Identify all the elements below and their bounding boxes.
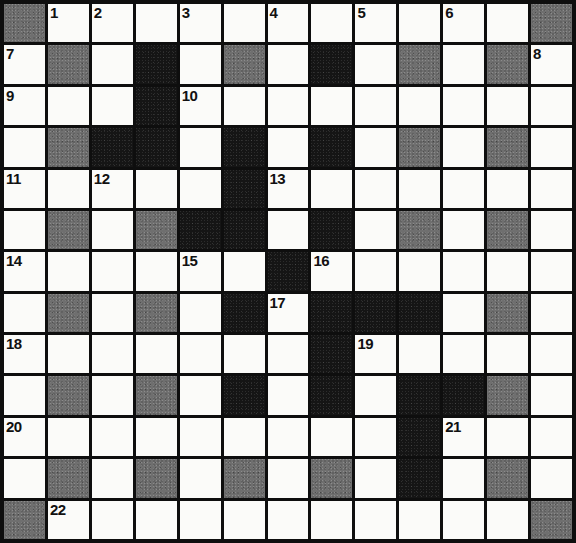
cell-r12c6[interactable]: [268, 501, 309, 539]
blocked-cell-r5c11: [487, 211, 528, 249]
cell-r8c4[interactable]: [180, 335, 221, 373]
cell-r9c12[interactable]: [531, 376, 572, 414]
cell-r0c4[interactable]: 3: [180, 4, 221, 42]
cell-r10c0[interactable]: 20: [4, 418, 45, 456]
cell-r0c1[interactable]: 1: [48, 4, 89, 42]
cell-r10c7[interactable]: [311, 418, 352, 456]
cell-r1c6[interactable]: [268, 45, 309, 83]
cell-r4c0[interactable]: 11: [4, 170, 45, 208]
cell-r0c8[interactable]: 5: [355, 4, 396, 42]
cell-r8c3[interactable]: [136, 335, 177, 373]
cell-r5c6[interactable]: [268, 211, 309, 249]
blocked-cell-r10c9: [399, 418, 440, 456]
clue-number-14: 14: [6, 252, 22, 269]
cell-r0c11[interactable]: [487, 4, 528, 42]
cell-r1c0[interactable]: 7: [4, 45, 45, 83]
blocked-cell-r3c2: [92, 128, 133, 166]
blocked-cell-r0c0: [4, 4, 45, 42]
cell-r7c6[interactable]: 17: [268, 294, 309, 332]
cell-r7c0[interactable]: [4, 294, 45, 332]
cell-r4c7[interactable]: [311, 170, 352, 208]
blocked-cell-r7c11: [487, 294, 528, 332]
cell-r6c3[interactable]: [136, 252, 177, 290]
cell-r2c11[interactable]: [487, 87, 528, 125]
cell-r11c8[interactable]: [355, 459, 396, 497]
clue-number-4: 4: [270, 4, 278, 21]
cell-r5c10[interactable]: [443, 211, 484, 249]
cell-r2c9[interactable]: [399, 87, 440, 125]
cell-r2c4[interactable]: 10: [180, 87, 221, 125]
blocked-cell-r5c9: [399, 211, 440, 249]
blocked-cell-r7c9: [399, 294, 440, 332]
cell-r9c6[interactable]: [268, 376, 309, 414]
clue-number-15: 15: [182, 252, 198, 269]
clue-number-8: 8: [533, 45, 541, 62]
cell-r6c1[interactable]: [48, 252, 89, 290]
blocked-cell-r3c7: [311, 128, 352, 166]
cell-r4c3[interactable]: [136, 170, 177, 208]
cell-r6c9[interactable]: [399, 252, 440, 290]
cell-r4c4[interactable]: [180, 170, 221, 208]
cell-r10c11[interactable]: [487, 418, 528, 456]
blocked-cell-r7c3: [136, 294, 177, 332]
clue-number-7: 7: [6, 45, 14, 62]
cell-r10c6[interactable]: [268, 418, 309, 456]
cell-r2c6[interactable]: [268, 87, 309, 125]
cell-r10c1[interactable]: [48, 418, 89, 456]
blocked-cell-r9c7: [311, 376, 352, 414]
cell-r2c12[interactable]: [531, 87, 572, 125]
blocked-cell-r7c7: [311, 294, 352, 332]
cell-r9c0[interactable]: [4, 376, 45, 414]
cell-r12c11[interactable]: [487, 501, 528, 539]
clue-number-6: 6: [445, 4, 453, 21]
clue-number-22: 22: [50, 501, 66, 518]
blocked-cell-r9c11: [487, 376, 528, 414]
blocked-cell-r7c8: [355, 294, 396, 332]
cell-r8c6[interactable]: [268, 335, 309, 373]
blocked-cell-r2c3: [136, 87, 177, 125]
cell-r6c4[interactable]: 15: [180, 252, 221, 290]
cell-r5c12[interactable]: [531, 211, 572, 249]
cell-r8c11[interactable]: [487, 335, 528, 373]
clue-number-5: 5: [357, 4, 365, 21]
cell-r4c8[interactable]: [355, 170, 396, 208]
cell-r7c12[interactable]: [531, 294, 572, 332]
cell-r2c8[interactable]: [355, 87, 396, 125]
cell-r11c10[interactable]: [443, 459, 484, 497]
cell-r3c0[interactable]: [4, 128, 45, 166]
clue-number-18: 18: [6, 335, 22, 352]
blocked-cell-r11c1: [48, 459, 89, 497]
blocked-cell-r4c5: [224, 170, 265, 208]
cell-r4c11[interactable]: [487, 170, 528, 208]
cell-r6c11[interactable]: [487, 252, 528, 290]
blocked-cell-r9c1: [48, 376, 89, 414]
blocked-cell-r8c7: [311, 335, 352, 373]
blocked-cell-r5c7: [311, 211, 352, 249]
cell-r6c10[interactable]: [443, 252, 484, 290]
cell-r1c8[interactable]: [355, 45, 396, 83]
cell-r12c3[interactable]: [136, 501, 177, 539]
cell-r11c12[interactable]: [531, 459, 572, 497]
cell-r8c9[interactable]: [399, 335, 440, 373]
cell-r12c2[interactable]: [92, 501, 133, 539]
cell-r10c3[interactable]: [136, 418, 177, 456]
blocked-cell-r11c9: [399, 459, 440, 497]
cell-r2c7[interactable]: [311, 87, 352, 125]
cell-r0c9[interactable]: [399, 4, 440, 42]
blocked-cell-r1c1: [48, 45, 89, 83]
cell-r10c12[interactable]: [531, 418, 572, 456]
blocked-cell-r5c3: [136, 211, 177, 249]
clue-number-1: 1: [50, 4, 58, 21]
cell-r0c5[interactable]: [224, 4, 265, 42]
cell-r1c2[interactable]: [92, 45, 133, 83]
cell-r2c0[interactable]: 9: [4, 87, 45, 125]
cell-r0c2[interactable]: 2: [92, 4, 133, 42]
cell-r6c7[interactable]: 16: [311, 252, 352, 290]
blocked-cell-r3c5: [224, 128, 265, 166]
cell-r6c0[interactable]: 14: [4, 252, 45, 290]
blocked-cell-r3c11: [487, 128, 528, 166]
blocked-cell-r9c5: [224, 376, 265, 414]
cell-r8c2[interactable]: [92, 335, 133, 373]
cell-r8c0[interactable]: 18: [4, 335, 45, 373]
cell-r8c8[interactable]: 19: [355, 335, 396, 373]
cell-r8c1[interactable]: [48, 335, 89, 373]
clue-number-11: 11: [6, 170, 21, 187]
cell-r11c6[interactable]: [268, 459, 309, 497]
blocked-cell-r1c9: [399, 45, 440, 83]
cell-r1c10[interactable]: [443, 45, 484, 83]
cell-r10c10[interactable]: 21: [443, 418, 484, 456]
cell-r8c12[interactable]: [531, 335, 572, 373]
cell-r8c10[interactable]: [443, 335, 484, 373]
cell-r11c2[interactable]: [92, 459, 133, 497]
cell-r10c4[interactable]: [180, 418, 221, 456]
blocked-cell-r3c9: [399, 128, 440, 166]
cell-r10c2[interactable]: [92, 418, 133, 456]
cell-r1c12[interactable]: 8: [531, 45, 572, 83]
cell-r4c1[interactable]: [48, 170, 89, 208]
blocked-cell-r1c5: [224, 45, 265, 83]
cell-r2c5[interactable]: [224, 87, 265, 125]
cell-r12c5[interactable]: [224, 501, 265, 539]
cell-r10c5[interactable]: [224, 418, 265, 456]
cell-r3c8[interactable]: [355, 128, 396, 166]
clue-number-16: 16: [313, 252, 329, 269]
cell-r12c10[interactable]: [443, 501, 484, 539]
blocked-cell-r0c12: [531, 4, 572, 42]
cell-r5c8[interactable]: [355, 211, 396, 249]
blocked-cell-r5c5: [224, 211, 265, 249]
cell-r6c8[interactable]: [355, 252, 396, 290]
cell-r9c4[interactable]: [180, 376, 221, 414]
blocked-cell-r9c3: [136, 376, 177, 414]
cell-r4c9[interactable]: [399, 170, 440, 208]
cell-r3c10[interactable]: [443, 128, 484, 166]
cell-r3c12[interactable]: [531, 128, 572, 166]
cell-r1c4[interactable]: [180, 45, 221, 83]
blocked-cell-r1c7: [311, 45, 352, 83]
cell-r2c10[interactable]: [443, 87, 484, 125]
blocked-cell-r11c3: [136, 459, 177, 497]
cell-r7c2[interactable]: [92, 294, 133, 332]
blocked-cell-r11c7: [311, 459, 352, 497]
cell-r10c8[interactable]: [355, 418, 396, 456]
cell-r2c1[interactable]: [48, 87, 89, 125]
cell-r5c0[interactable]: [4, 211, 45, 249]
cell-r4c10[interactable]: [443, 170, 484, 208]
blocked-cell-r5c1: [48, 211, 89, 249]
cell-r0c7[interactable]: [311, 4, 352, 42]
blocked-cell-r9c9: [399, 376, 440, 414]
cell-r6c2[interactable]: [92, 252, 133, 290]
blocked-cell-r1c3: [136, 45, 177, 83]
cell-r9c8[interactable]: [355, 376, 396, 414]
cell-r5c2[interactable]: [92, 211, 133, 249]
cell-r9c2[interactable]: [92, 376, 133, 414]
cell-r4c2[interactable]: 12: [92, 170, 133, 208]
blocked-cell-r12c0: [4, 501, 45, 539]
crossword-grid: 12345678910111213141516171819202122: [0, 0, 576, 543]
clue-number-17: 17: [270, 294, 286, 311]
cell-r4c6[interactable]: 13: [268, 170, 309, 208]
clue-number-20: 20: [6, 418, 22, 435]
blocked-cell-r3c3: [136, 128, 177, 166]
blocked-cell-r6c6: [268, 252, 309, 290]
cell-r0c6[interactable]: 4: [268, 4, 309, 42]
clue-number-19: 19: [357, 335, 373, 352]
blocked-cell-r7c1: [48, 294, 89, 332]
cell-r11c4[interactable]: [180, 459, 221, 497]
clue-number-9: 9: [6, 87, 14, 104]
blocked-cell-r9c10: [443, 376, 484, 414]
clue-number-12: 12: [94, 170, 110, 187]
cell-r12c7[interactable]: [311, 501, 352, 539]
cell-r7c10[interactable]: [443, 294, 484, 332]
blocked-cell-r1c11: [487, 45, 528, 83]
blocked-cell-r12c12: [531, 501, 572, 539]
cell-r0c3[interactable]: [136, 4, 177, 42]
blocked-cell-r7c5: [224, 294, 265, 332]
clue-number-10: 10: [182, 87, 198, 104]
blocked-cell-r3c1: [48, 128, 89, 166]
clue-number-3: 3: [182, 4, 190, 21]
cell-r11c0[interactable]: [4, 459, 45, 497]
blocked-cell-r11c11: [487, 459, 528, 497]
cell-r7c4[interactable]: [180, 294, 221, 332]
clue-number-13: 13: [270, 170, 286, 187]
blocked-cell-r5c4: [180, 211, 221, 249]
cell-r3c4[interactable]: [180, 128, 221, 166]
cell-r12c8[interactable]: [355, 501, 396, 539]
clue-number-21: 21: [445, 418, 461, 435]
cell-r12c9[interactable]: [399, 501, 440, 539]
cell-r3c6[interactable]: [268, 128, 309, 166]
cell-r0c10[interactable]: 6: [443, 4, 484, 42]
blocked-cell-r11c5: [224, 459, 265, 497]
clue-number-2: 2: [94, 4, 102, 21]
cell-r12c4[interactable]: [180, 501, 221, 539]
cell-r6c5[interactable]: [224, 252, 265, 290]
cell-r2c2[interactable]: [92, 87, 133, 125]
cell-r8c5[interactable]: [224, 335, 265, 373]
cell-r6c12[interactable]: [531, 252, 572, 290]
cell-r12c1[interactable]: 22: [48, 501, 89, 539]
cell-r4c12[interactable]: [531, 170, 572, 208]
